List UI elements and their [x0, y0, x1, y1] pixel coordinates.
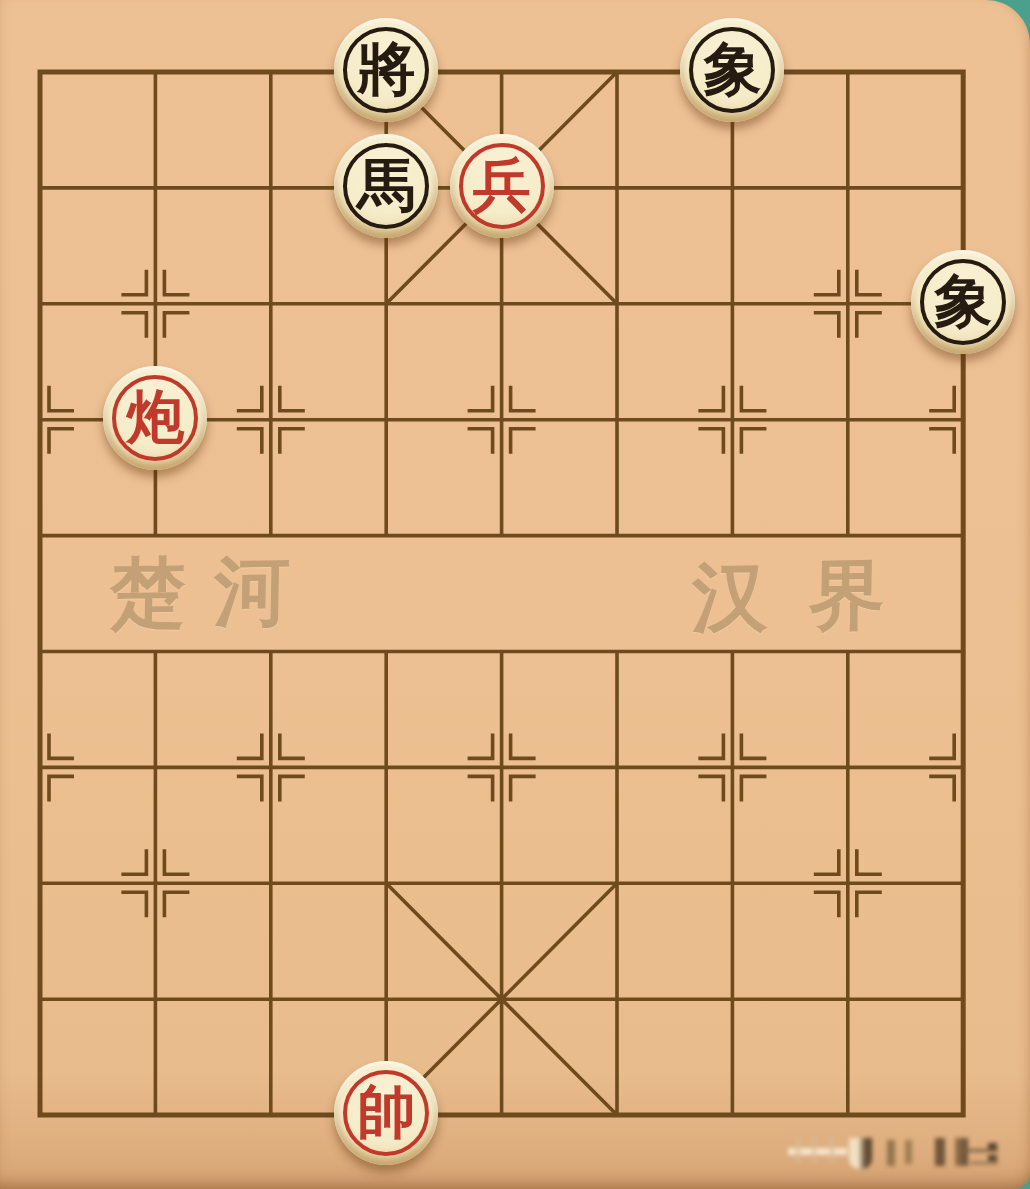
piece-black-general[interactable]: 將 — [334, 18, 438, 122]
piece-glyph: 象 — [934, 272, 992, 330]
piece-glyph: 將 — [357, 40, 415, 98]
piece-glyph: 兵 — [473, 156, 531, 214]
piece-black-elephant[interactable]: 象 — [680, 18, 784, 122]
piece-glyph: 帥 — [357, 1083, 415, 1141]
xiangqi-board[interactable]: 楚河 汉界 將象馬兵象炮帥 — [0, 0, 1030, 1189]
piece-glyph: 象 — [703, 40, 761, 98]
piece-black-horse[interactable]: 馬 — [334, 134, 438, 238]
piece-red-cannon[interactable]: 炮 — [103, 366, 207, 470]
piece-red-soldier[interactable]: 兵 — [450, 134, 554, 238]
piece-black-elephant[interactable]: 象 — [911, 250, 1015, 354]
river-label-left: 楚河 — [109, 552, 318, 632]
piece-glyph: 炮 — [126, 388, 184, 446]
river-label-right: 汉界 — [691, 556, 926, 636]
piece-red-general[interactable]: 帥 — [334, 1061, 438, 1165]
piece-glyph: 馬 — [357, 156, 415, 214]
blurred-watermark — [785, 1128, 1020, 1173]
